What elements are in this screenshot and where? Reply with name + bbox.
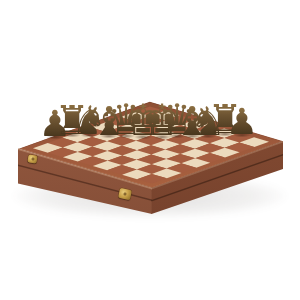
brass-clasp-left <box>27 154 37 163</box>
chess-piece-pawn: ♟ <box>226 104 258 140</box>
product-photo-stage: ♟♜♞♝♛♚♚♛♝♞♜♟ <box>0 0 300 300</box>
brass-clasp-front <box>118 188 132 200</box>
